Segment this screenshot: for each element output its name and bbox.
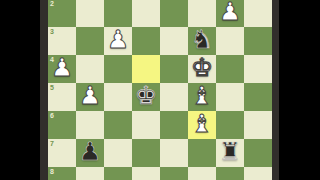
square-g7[interactable]: ♟ — [76, 139, 104, 167]
square-c4[interactable]: ♚ — [188, 55, 216, 83]
square-h4[interactable]: 4♟ — [48, 55, 76, 83]
square-c7[interactable] — [188, 139, 216, 167]
square-d3[interactable] — [160, 27, 188, 55]
square-f6[interactable] — [104, 111, 132, 139]
square-c8[interactable] — [188, 167, 216, 180]
square-g8[interactable] — [76, 167, 104, 180]
square-h6[interactable]: 6 — [48, 111, 76, 139]
rank-label-6: 6 — [50, 111, 54, 120]
square-d7[interactable] — [160, 139, 188, 167]
square-f2[interactable] — [104, 0, 132, 27]
black-rook[interactable]: ♜ — [219, 138, 241, 166]
square-b7[interactable]: ♜ — [216, 139, 244, 167]
square-f4[interactable] — [104, 55, 132, 83]
square-h2[interactable]: 2 — [48, 0, 76, 27]
square-h5[interactable]: 5 — [48, 83, 76, 111]
square-c5[interactable]: ♝ — [188, 83, 216, 111]
square-d5[interactable] — [160, 83, 188, 111]
rank-label-8: 8 — [50, 167, 54, 176]
square-e6[interactable] — [132, 111, 160, 139]
rank-label-2: 2 — [50, 0, 54, 8]
square-g4[interactable] — [76, 55, 104, 83]
square-e5[interactable]: ♚ — [132, 83, 160, 111]
white-pawn[interactable]: ♟ — [107, 26, 129, 54]
square-c2[interactable] — [188, 0, 216, 27]
square-a5[interactable] — [244, 83, 272, 111]
square-b5[interactable] — [216, 83, 244, 111]
square-c3[interactable]: ♞ — [188, 27, 216, 55]
square-a6[interactable] — [244, 111, 272, 139]
chess-board: 2♟3♟♞4♟♚5♟♚♝6♝7♟♜8 — [48, 0, 272, 180]
square-f5[interactable] — [104, 83, 132, 111]
square-a8[interactable] — [244, 167, 272, 180]
square-d6[interactable] — [160, 111, 188, 139]
square-e2[interactable] — [132, 0, 160, 27]
square-h8[interactable]: 8 — [48, 167, 76, 180]
square-e7[interactable] — [132, 139, 160, 167]
square-e4[interactable] — [132, 55, 160, 83]
square-f8[interactable] — [104, 167, 132, 180]
black-king[interactable]: ♚ — [135, 82, 157, 110]
black-pawn[interactable]: ♟ — [79, 138, 101, 166]
white-bishop[interactable]: ♝ — [191, 82, 213, 110]
square-g6[interactable] — [76, 111, 104, 139]
white-pawn[interactable]: ♟ — [51, 54, 73, 82]
white-bishop[interactable]: ♝ — [191, 110, 213, 138]
square-g3[interactable] — [76, 27, 104, 55]
square-e3[interactable] — [132, 27, 160, 55]
square-b4[interactable] — [216, 55, 244, 83]
white-pawn[interactable]: ♟ — [219, 0, 241, 26]
square-h7[interactable]: 7 — [48, 139, 76, 167]
rank-label-3: 3 — [50, 27, 54, 36]
square-d4[interactable] — [160, 55, 188, 83]
rank-label-7: 7 — [50, 139, 54, 148]
white-pawn[interactable]: ♟ — [79, 82, 101, 110]
white-king[interactable]: ♚ — [191, 54, 213, 82]
square-a3[interactable] — [244, 27, 272, 55]
square-a2[interactable] — [244, 0, 272, 27]
square-d8[interactable] — [160, 167, 188, 180]
square-a7[interactable] — [244, 139, 272, 167]
square-g2[interactable] — [76, 0, 104, 27]
square-g5[interactable]: ♟ — [76, 83, 104, 111]
square-f7[interactable] — [104, 139, 132, 167]
square-e8[interactable] — [132, 167, 160, 180]
square-f3[interactable]: ♟ — [104, 27, 132, 55]
square-b6[interactable] — [216, 111, 244, 139]
square-b2[interactable]: ♟ — [216, 0, 244, 27]
square-a4[interactable] — [244, 55, 272, 83]
square-h3[interactable]: 3 — [48, 27, 76, 55]
square-d2[interactable] — [160, 0, 188, 27]
square-b3[interactable] — [216, 27, 244, 55]
rank-label-5: 5 — [50, 83, 54, 92]
black-knight[interactable]: ♞ — [191, 26, 213, 54]
square-b8[interactable] — [216, 167, 244, 180]
square-c6[interactable]: ♝ — [188, 111, 216, 139]
